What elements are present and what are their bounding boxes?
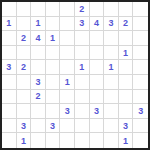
empty-cell-r8c5[interactable] bbox=[75, 119, 90, 134]
empty-cell-r3c3[interactable] bbox=[46, 46, 61, 61]
empty-cell-r7c5[interactable] bbox=[75, 104, 90, 119]
empty-cell-r1c3[interactable] bbox=[46, 17, 61, 32]
clue-cell-r1c2: 1 bbox=[31, 17, 46, 32]
empty-cell-r9c0[interactable] bbox=[2, 133, 17, 148]
empty-cell-r9c5[interactable] bbox=[75, 133, 90, 148]
empty-cell-r6c6[interactable] bbox=[90, 90, 105, 105]
empty-cell-r0c7[interactable] bbox=[104, 2, 119, 17]
empty-cell-r4c9[interactable] bbox=[133, 60, 148, 75]
empty-cell-r4c3[interactable] bbox=[46, 60, 61, 75]
empty-cell-r8c4[interactable] bbox=[60, 119, 75, 134]
clue-cell-r8c1: 3 bbox=[17, 119, 32, 134]
empty-cell-r3c6[interactable] bbox=[90, 46, 105, 61]
empty-cell-r6c0[interactable] bbox=[2, 90, 17, 105]
clue-cell-r6c2: 2 bbox=[31, 90, 46, 105]
empty-cell-r5c7[interactable] bbox=[104, 75, 119, 90]
clue-cell-r8c8: 3 bbox=[119, 119, 134, 134]
empty-cell-r3c7[interactable] bbox=[104, 46, 119, 61]
empty-cell-r9c7[interactable] bbox=[104, 133, 119, 148]
empty-cell-r1c1[interactable] bbox=[17, 17, 32, 32]
empty-cell-r7c7[interactable] bbox=[104, 104, 119, 119]
empty-cell-r5c0[interactable] bbox=[2, 75, 17, 90]
empty-cell-r2c5[interactable] bbox=[75, 31, 90, 46]
clue-cell-r2c3: 1 bbox=[46, 31, 61, 46]
clue-cell-r7c6: 3 bbox=[90, 104, 105, 119]
clue-cell-r7c4: 3 bbox=[60, 104, 75, 119]
clue-cell-r2c2: 4 bbox=[31, 31, 46, 46]
empty-cell-r5c1[interactable] bbox=[17, 75, 32, 90]
empty-cell-r8c9[interactable] bbox=[133, 119, 148, 134]
empty-cell-r4c8[interactable] bbox=[119, 60, 134, 75]
empty-cell-r0c8[interactable] bbox=[119, 2, 134, 17]
empty-cell-r6c5[interactable] bbox=[75, 90, 90, 105]
empty-cell-r5c8[interactable] bbox=[119, 75, 134, 90]
empty-cell-r5c9[interactable] bbox=[133, 75, 148, 90]
empty-cell-r2c8[interactable] bbox=[119, 31, 134, 46]
empty-cell-r5c3[interactable] bbox=[46, 75, 61, 90]
empty-cell-r9c3[interactable] bbox=[46, 133, 61, 148]
empty-cell-r8c7[interactable] bbox=[104, 119, 119, 134]
empty-cell-r7c1[interactable] bbox=[17, 104, 32, 119]
clue-cell-r4c1: 2 bbox=[17, 60, 32, 75]
clue-cell-r0c5: 2 bbox=[75, 2, 90, 17]
empty-cell-r6c8[interactable] bbox=[119, 90, 134, 105]
empty-cell-r2c0[interactable] bbox=[2, 31, 17, 46]
empty-cell-r3c9[interactable] bbox=[133, 46, 148, 61]
empty-cell-r0c1[interactable] bbox=[17, 2, 32, 17]
clue-cell-r2c1: 2 bbox=[17, 31, 32, 46]
clue-cell-r4c0: 3 bbox=[2, 60, 17, 75]
empty-cell-r0c3[interactable] bbox=[46, 2, 61, 17]
clue-cell-r5c2: 3 bbox=[31, 75, 46, 90]
clue-cell-r9c1: 1 bbox=[17, 133, 32, 148]
empty-cell-r9c6[interactable] bbox=[90, 133, 105, 148]
empty-cell-r8c0[interactable] bbox=[2, 119, 17, 134]
empty-cell-r3c1[interactable] bbox=[17, 46, 32, 61]
empty-cell-r3c0[interactable] bbox=[2, 46, 17, 61]
clue-cell-r8c3: 3 bbox=[46, 119, 61, 134]
empty-cell-r3c5[interactable] bbox=[75, 46, 90, 61]
empty-cell-r0c4[interactable] bbox=[60, 2, 75, 17]
empty-cell-r3c2[interactable] bbox=[31, 46, 46, 61]
empty-cell-r6c1[interactable] bbox=[17, 90, 32, 105]
empty-cell-r0c2[interactable] bbox=[31, 2, 46, 17]
empty-cell-r7c3[interactable] bbox=[46, 104, 61, 119]
empty-cell-r9c2[interactable] bbox=[31, 133, 46, 148]
empty-cell-r6c4[interactable] bbox=[60, 90, 75, 105]
clue-cell-r1c8: 2 bbox=[119, 17, 134, 32]
empty-cell-r2c7[interactable] bbox=[104, 31, 119, 46]
clue-cell-r3c8: 1 bbox=[119, 46, 134, 61]
clue-cell-r7c9: 3 bbox=[133, 104, 148, 119]
empty-cell-r8c2[interactable] bbox=[31, 119, 46, 134]
empty-cell-r4c6[interactable] bbox=[90, 60, 105, 75]
empty-cell-r9c9[interactable] bbox=[133, 133, 148, 148]
clue-cell-r4c5: 1 bbox=[75, 60, 90, 75]
empty-cell-r2c4[interactable] bbox=[60, 31, 75, 46]
empty-cell-r6c3[interactable] bbox=[46, 90, 61, 105]
empty-cell-r1c4[interactable] bbox=[60, 17, 75, 32]
empty-cell-r9c4[interactable] bbox=[60, 133, 75, 148]
clue-cell-r1c7: 3 bbox=[104, 17, 119, 32]
empty-cell-r0c6[interactable] bbox=[90, 2, 105, 17]
empty-cell-r2c9[interactable] bbox=[133, 31, 148, 46]
empty-cell-r7c0[interactable] bbox=[2, 104, 17, 119]
empty-cell-r6c7[interactable] bbox=[104, 90, 119, 105]
empty-cell-r1c9[interactable] bbox=[133, 17, 148, 32]
empty-cell-r5c5[interactable] bbox=[75, 75, 90, 90]
clue-cell-r5c4: 1 bbox=[60, 75, 75, 90]
clue-cell-r1c5: 3 bbox=[75, 17, 90, 32]
empty-cell-r5c6[interactable] bbox=[90, 75, 105, 90]
empty-cell-r7c8[interactable] bbox=[119, 104, 134, 119]
empty-cell-r7c2[interactable] bbox=[31, 104, 46, 119]
empty-cell-r4c2[interactable] bbox=[31, 60, 46, 75]
empty-cell-r6c9[interactable] bbox=[133, 90, 148, 105]
minesweeper-board: 21134322411321131233333311 bbox=[0, 0, 150, 150]
empty-cell-r4c4[interactable] bbox=[60, 60, 75, 75]
clue-cell-r1c6: 4 bbox=[90, 17, 105, 32]
empty-cell-r0c0[interactable] bbox=[2, 2, 17, 17]
empty-cell-r3c4[interactable] bbox=[60, 46, 75, 61]
empty-cell-r0c9[interactable] bbox=[133, 2, 148, 17]
empty-cell-r2c6[interactable] bbox=[90, 31, 105, 46]
clue-cell-r9c8: 1 bbox=[119, 133, 134, 148]
clue-cell-r4c7: 1 bbox=[104, 60, 119, 75]
clue-cell-r1c0: 1 bbox=[2, 17, 17, 32]
empty-cell-r8c6[interactable] bbox=[90, 119, 105, 134]
